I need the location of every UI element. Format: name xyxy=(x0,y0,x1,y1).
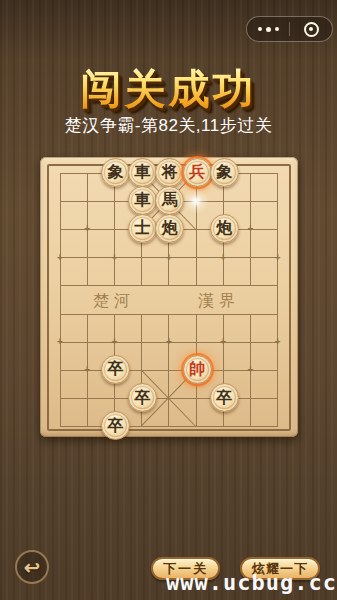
point-marker: + xyxy=(109,253,119,263)
point-marker: + xyxy=(218,253,228,263)
piece-glyph: 炮 xyxy=(162,220,178,236)
piece-glyph: 将 xyxy=(162,164,178,180)
exit-button[interactable] xyxy=(290,17,332,41)
point-marker: + xyxy=(273,253,283,263)
piece-卒[interactable]: 卒 xyxy=(101,355,130,384)
piece-兵[interactable]: 兵 xyxy=(183,158,212,187)
grid-line xyxy=(60,173,61,427)
piece-象[interactable]: 象 xyxy=(210,158,239,187)
piece-炮[interactable]: 炮 xyxy=(155,214,184,243)
point-marker: + xyxy=(164,253,174,263)
point-marker: + xyxy=(218,337,228,347)
piece-馬[interactable]: 馬 xyxy=(155,186,184,215)
river-label-right: 漢界 xyxy=(196,291,242,312)
piece-炮[interactable]: 炮 xyxy=(210,214,239,243)
board-grid: ++++++++++++++象車将兵象車馬士炮炮卒帥卒卒卒 xyxy=(40,157,298,437)
more-button[interactable] xyxy=(247,17,289,41)
page-title: 闯关成功 xyxy=(0,62,337,117)
point-marker: + xyxy=(109,337,119,347)
piece-glyph: 卒 xyxy=(135,390,151,406)
piece-glyph: 兵 xyxy=(189,164,205,180)
point-marker: + xyxy=(245,224,255,234)
grid-line xyxy=(168,314,169,427)
piece-glyph: 象 xyxy=(216,164,232,180)
piece-glyph: 卒 xyxy=(107,361,123,377)
more-dots-icon xyxy=(258,27,262,31)
piece-卒[interactable]: 卒 xyxy=(128,383,157,412)
return-arrow-icon: ↩ xyxy=(24,556,40,579)
piece-帥[interactable]: 帥 xyxy=(183,355,212,384)
piece-glyph: 車 xyxy=(135,164,151,180)
level-complete-banner: 闯关成功 闯关成功 xyxy=(0,62,337,112)
piece-glyph: 卒 xyxy=(216,390,232,406)
level-info: 楚汉争霸-第82关,11步过关 xyxy=(0,114,337,137)
piece-士[interactable]: 士 xyxy=(128,214,157,243)
piece-卒[interactable]: 卒 xyxy=(101,411,130,440)
piece-象[interactable]: 象 xyxy=(101,158,130,187)
last-move-origin-glow xyxy=(183,188,209,214)
piece-車[interactable]: 車 xyxy=(128,158,157,187)
piece-卒[interactable]: 卒 xyxy=(210,383,239,412)
point-marker: + xyxy=(273,337,283,347)
grid-line xyxy=(277,173,278,427)
return-button[interactable]: ↩ xyxy=(15,550,49,584)
piece-glyph: 馬 xyxy=(162,192,178,208)
wechat-capsule xyxy=(246,16,333,42)
point-marker: + xyxy=(55,337,65,347)
piece-glyph: 象 xyxy=(107,164,123,180)
grid-line xyxy=(114,173,115,286)
point-marker: + xyxy=(82,224,92,234)
piece-車[interactable]: 車 xyxy=(128,186,157,215)
more-dots-icon xyxy=(266,27,271,32)
point-marker: + xyxy=(164,337,174,347)
point-marker: + xyxy=(245,365,255,375)
piece-glyph: 帥 xyxy=(189,361,205,377)
river-label-left: 楚河 xyxy=(91,291,137,312)
piece-glyph: 卒 xyxy=(107,418,123,434)
xiangqi-board[interactable]: ++++++++++++++象車将兵象車馬士炮炮卒帥卒卒卒 楚河 漢界 xyxy=(40,157,298,437)
point-marker: + xyxy=(82,365,92,375)
point-marker: + xyxy=(55,253,65,263)
more-dots-icon xyxy=(275,27,279,31)
piece-glyph: 車 xyxy=(135,192,151,208)
watermark: www.ucbug.cc xyxy=(166,570,337,595)
piece-glyph: 士 xyxy=(135,220,151,236)
piece-glyph: 炮 xyxy=(216,220,232,236)
circle-target-icon xyxy=(304,22,319,37)
piece-将[interactable]: 将 xyxy=(155,158,184,187)
